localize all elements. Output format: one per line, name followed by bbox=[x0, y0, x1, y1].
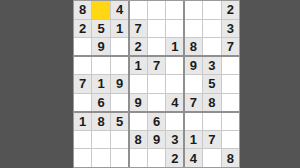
cell-r5c8[interactable]: 5 bbox=[203, 75, 220, 93]
cell-r5c4[interactable] bbox=[129, 75, 146, 93]
cell-r8c2[interactable] bbox=[92, 131, 109, 149]
cell-r7c6[interactable] bbox=[166, 112, 183, 130]
cell-r4c8[interactable]: 3 bbox=[203, 57, 220, 75]
cell-r3c7[interactable]: 8 bbox=[185, 38, 202, 56]
cell-r3c4[interactable]: 2 bbox=[129, 38, 146, 56]
cell-r6c8[interactable]: 8 bbox=[203, 94, 220, 112]
cell-r4c9[interactable] bbox=[222, 57, 239, 75]
cell-r9c9[interactable]: 8 bbox=[222, 149, 239, 167]
cell-r5c9[interactable] bbox=[222, 75, 239, 93]
cell-r7c8[interactable] bbox=[203, 112, 220, 130]
cell-r2c6[interactable] bbox=[166, 20, 183, 38]
cell-r8c3[interactable] bbox=[111, 131, 128, 149]
cell-r7c5[interactable]: 6 bbox=[148, 112, 165, 130]
cell-r1c9[interactable]: 2 bbox=[222, 1, 239, 19]
sudoku-board: 84225173921871793719569478185689317248 bbox=[73, 0, 240, 168]
cell-r4c7[interactable]: 9 bbox=[185, 57, 202, 75]
cell-r8c8[interactable]: 7 bbox=[203, 131, 220, 149]
cell-r6c1[interactable] bbox=[74, 94, 91, 112]
cell-r1c5[interactable] bbox=[148, 1, 165, 19]
cell-r5c6[interactable] bbox=[166, 75, 183, 93]
cell-r6c5[interactable] bbox=[148, 94, 165, 112]
cell-r3c5[interactable] bbox=[148, 38, 165, 56]
cell-r3c3[interactable] bbox=[111, 38, 128, 56]
cell-r1c3[interactable]: 4 bbox=[111, 1, 128, 19]
cell-r8c4[interactable]: 8 bbox=[129, 131, 146, 149]
cell-r9c5[interactable] bbox=[148, 149, 165, 167]
cell-r5c2[interactable]: 1 bbox=[92, 75, 109, 93]
cell-r2c7[interactable] bbox=[185, 20, 202, 38]
cell-r3c9[interactable]: 7 bbox=[222, 38, 239, 56]
cell-r5c1[interactable]: 7 bbox=[74, 75, 91, 93]
cell-r5c3[interactable]: 9 bbox=[111, 75, 128, 93]
cell-r3c6[interactable]: 1 bbox=[166, 38, 183, 56]
sudoku-grid: 84225173921871793719569478185689317248 bbox=[74, 1, 239, 167]
cell-r1c4[interactable] bbox=[129, 1, 146, 19]
cell-r9c3[interactable] bbox=[111, 149, 128, 167]
cell-r4c4[interactable]: 1 bbox=[129, 57, 146, 75]
cell-r9c4[interactable] bbox=[129, 149, 146, 167]
cell-r8c9[interactable] bbox=[222, 131, 239, 149]
cell-r8c7[interactable]: 1 bbox=[185, 131, 202, 149]
cell-r2c9[interactable]: 3 bbox=[222, 20, 239, 38]
cell-r1c6[interactable] bbox=[166, 1, 183, 19]
cell-r5c5[interactable] bbox=[148, 75, 165, 93]
cell-r2c1[interactable]: 2 bbox=[74, 20, 91, 38]
cell-r4c2[interactable] bbox=[92, 57, 109, 75]
cell-r1c2[interactable] bbox=[92, 1, 109, 19]
cell-r9c1[interactable] bbox=[74, 149, 91, 167]
cell-r8c6[interactable]: 3 bbox=[166, 131, 183, 149]
cell-r4c6[interactable] bbox=[166, 57, 183, 75]
cell-r7c4[interactable] bbox=[129, 112, 146, 130]
cell-r5c7[interactable] bbox=[185, 75, 202, 93]
cell-r2c5[interactable] bbox=[148, 20, 165, 38]
cell-r6c2[interactable]: 6 bbox=[92, 94, 109, 112]
cell-r9c6[interactable]: 2 bbox=[166, 149, 183, 167]
cell-r1c7[interactable] bbox=[185, 1, 202, 19]
cell-r3c2[interactable]: 9 bbox=[92, 38, 109, 56]
cell-r7c1[interactable]: 1 bbox=[74, 112, 91, 130]
sudoku-app: 84225173921871793719569478185689317248 bbox=[0, 0, 300, 168]
cell-r2c4[interactable]: 7 bbox=[129, 20, 146, 38]
cell-r7c7[interactable] bbox=[185, 112, 202, 130]
cell-r3c1[interactable] bbox=[74, 38, 91, 56]
cell-r4c1[interactable] bbox=[74, 57, 91, 75]
cell-r7c9[interactable] bbox=[222, 112, 239, 130]
cell-r4c3[interactable] bbox=[111, 57, 128, 75]
cell-r6c6[interactable]: 4 bbox=[166, 94, 183, 112]
cell-r6c7[interactable]: 7 bbox=[185, 94, 202, 112]
cell-r6c3[interactable] bbox=[111, 94, 128, 112]
cell-r9c8[interactable] bbox=[203, 149, 220, 167]
cell-r1c1[interactable]: 8 bbox=[74, 1, 91, 19]
cell-r2c3[interactable]: 1 bbox=[111, 20, 128, 38]
cell-r2c8[interactable] bbox=[203, 20, 220, 38]
cell-r9c7[interactable]: 4 bbox=[185, 149, 202, 167]
cell-r8c5[interactable]: 9 bbox=[148, 131, 165, 149]
cell-r7c3[interactable]: 5 bbox=[111, 112, 128, 130]
cell-r8c1[interactable] bbox=[74, 131, 91, 149]
cell-r1c8[interactable] bbox=[203, 1, 220, 19]
cell-r6c4[interactable]: 9 bbox=[129, 94, 146, 112]
cell-r4c5[interactable]: 7 bbox=[148, 57, 165, 75]
cell-r3c8[interactable] bbox=[203, 38, 220, 56]
cell-r2c2[interactable]: 5 bbox=[92, 20, 109, 38]
cell-r6c9[interactable] bbox=[222, 94, 239, 112]
cell-r9c2[interactable] bbox=[92, 149, 109, 167]
cell-r7c2[interactable]: 8 bbox=[92, 112, 109, 130]
